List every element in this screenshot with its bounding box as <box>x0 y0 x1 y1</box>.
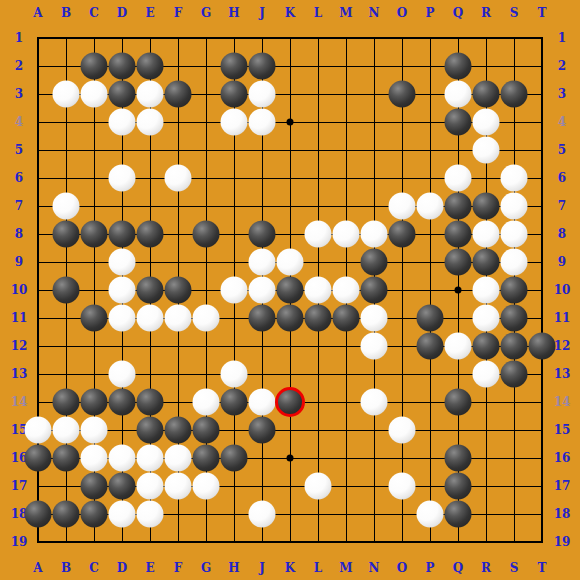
coord-label: 5 <box>15 144 23 156</box>
coord-label: 19 <box>11 536 28 548</box>
stone-white <box>249 249 276 276</box>
coord-label: 1 <box>15 32 23 44</box>
stone-white <box>501 221 528 248</box>
stone-black <box>221 53 248 80</box>
stone-white <box>473 361 500 388</box>
stone-black <box>277 305 304 332</box>
coord-label: 19 <box>554 536 571 548</box>
coord-label: 6 <box>15 172 23 184</box>
coord-label: 11 <box>554 312 571 324</box>
coord-label: T <box>538 7 547 19</box>
stone-black <box>417 333 444 360</box>
coord-label: 8 <box>15 228 23 240</box>
coord-label: Q <box>453 562 463 574</box>
stone-white <box>53 417 80 444</box>
stone-black <box>333 305 360 332</box>
coord-label: 1 <box>558 32 566 44</box>
coord-label: 5 <box>558 144 566 156</box>
stone-black <box>277 277 304 304</box>
stone-white <box>361 305 388 332</box>
stone-black <box>53 389 80 416</box>
stone-white <box>473 305 500 332</box>
stone-black <box>501 361 528 388</box>
stone-white <box>193 473 220 500</box>
stone-white <box>361 333 388 360</box>
stone-white <box>137 305 164 332</box>
coord-label: 17 <box>11 480 28 492</box>
coord-label: N <box>369 7 380 19</box>
coord-label: H <box>228 562 239 574</box>
coord-label: K <box>285 7 295 19</box>
coord-label: E <box>145 562 154 574</box>
stone-white <box>473 109 500 136</box>
coord-label: D <box>117 7 127 19</box>
coord-label: P <box>425 7 434 19</box>
stone-white <box>109 165 136 192</box>
stone-black <box>221 389 248 416</box>
stone-black <box>529 333 556 360</box>
stone-black <box>109 221 136 248</box>
stone-black <box>81 501 108 528</box>
stone-white <box>193 389 220 416</box>
stone-black <box>25 445 52 472</box>
stone-black <box>193 221 220 248</box>
stone-black <box>473 193 500 220</box>
stone-black <box>445 501 472 528</box>
stone-black <box>445 389 472 416</box>
stone-black <box>53 221 80 248</box>
stone-white <box>473 277 500 304</box>
stone-white <box>109 109 136 136</box>
coord-label: 4 <box>15 116 23 128</box>
stone-black <box>193 417 220 444</box>
stone-black <box>109 389 136 416</box>
stone-black <box>305 305 332 332</box>
stone-black <box>25 501 52 528</box>
stone-white <box>249 389 276 416</box>
coord-label: B <box>61 562 71 574</box>
stone-white <box>109 445 136 472</box>
stone-white <box>445 81 472 108</box>
stone-black <box>249 305 276 332</box>
coord-label: B <box>61 7 71 19</box>
coord-label: 3 <box>558 88 566 100</box>
coord-label: J <box>259 562 265 574</box>
coord-label: O <box>397 7 407 19</box>
go-board-app: AABBCCDDEEFFGGHHJJKKLLMMNNOOPPQQRRSSTT11… <box>0 0 580 580</box>
stone-white <box>221 277 248 304</box>
coord-label: 13 <box>11 368 28 380</box>
stone-black <box>137 389 164 416</box>
coord-label: 13 <box>554 368 571 380</box>
stone-white <box>137 501 164 528</box>
stone-white <box>193 305 220 332</box>
stone-white <box>473 137 500 164</box>
stone-black <box>53 501 80 528</box>
coord-label: T <box>538 562 547 574</box>
coord-label: O <box>397 562 407 574</box>
coord-label: 8 <box>558 228 566 240</box>
stone-black <box>137 277 164 304</box>
stone-black <box>249 221 276 248</box>
stone-black <box>361 249 388 276</box>
star-point <box>287 455 294 462</box>
stone-white <box>137 109 164 136</box>
stone-white <box>249 277 276 304</box>
coord-label: 9 <box>558 256 566 268</box>
coord-label: 7 <box>558 200 566 212</box>
stone-black <box>109 473 136 500</box>
stone-black <box>501 81 528 108</box>
stone-white <box>53 193 80 220</box>
stone-black <box>445 53 472 80</box>
stone-black <box>137 417 164 444</box>
stone-black <box>53 277 80 304</box>
coord-label: F <box>174 7 183 19</box>
stone-white <box>109 305 136 332</box>
stone-black <box>445 109 472 136</box>
stone-black <box>501 305 528 332</box>
star-point <box>287 119 294 126</box>
stone-white <box>165 165 192 192</box>
coord-label: 10 <box>554 284 571 296</box>
coord-label: 16 <box>554 452 571 464</box>
stone-black <box>165 81 192 108</box>
stone-white <box>109 277 136 304</box>
stone-white <box>137 81 164 108</box>
stone-white <box>249 109 276 136</box>
stone-black <box>473 249 500 276</box>
coord-label: L <box>314 7 322 19</box>
coord-label: 11 <box>11 312 28 324</box>
coord-label: K <box>285 562 295 574</box>
stone-black <box>165 417 192 444</box>
stone-black <box>81 305 108 332</box>
stone-black <box>193 445 220 472</box>
stone-white <box>305 221 332 248</box>
stone-black <box>501 333 528 360</box>
stone-black <box>81 221 108 248</box>
coord-label: P <box>425 562 434 574</box>
stone-white <box>137 445 164 472</box>
coord-label: G <box>201 7 211 19</box>
coord-label: N <box>369 562 380 574</box>
stone-black <box>473 333 500 360</box>
stone-black <box>445 473 472 500</box>
stone-white <box>417 501 444 528</box>
coord-label: 7 <box>15 200 23 212</box>
stone-white <box>445 333 472 360</box>
stone-white <box>445 165 472 192</box>
stone-white <box>473 221 500 248</box>
stone-white <box>25 417 52 444</box>
stone-white <box>53 81 80 108</box>
coord-label: R <box>481 7 491 19</box>
stone-black <box>81 473 108 500</box>
coord-label: M <box>339 562 352 574</box>
stone-white <box>417 193 444 220</box>
last-move-marker <box>275 387 305 417</box>
stone-white <box>165 305 192 332</box>
coord-label: 15 <box>554 424 571 436</box>
coord-label: 14 <box>11 396 28 408</box>
coord-label: 6 <box>558 172 566 184</box>
stone-white <box>81 417 108 444</box>
stone-white <box>305 473 332 500</box>
coord-label: 2 <box>558 60 566 72</box>
stone-black <box>361 277 388 304</box>
coord-label: J <box>259 7 265 19</box>
coord-label: F <box>174 562 183 574</box>
coord-label: M <box>339 7 352 19</box>
stone-black <box>109 81 136 108</box>
stone-black <box>473 81 500 108</box>
stone-white <box>137 473 164 500</box>
stone-white <box>501 193 528 220</box>
coord-label: R <box>481 562 491 574</box>
stone-white <box>389 193 416 220</box>
coord-label: E <box>145 7 154 19</box>
coord-label: 9 <box>15 256 23 268</box>
stone-white <box>277 249 304 276</box>
coord-label: S <box>510 562 519 574</box>
stone-black <box>445 221 472 248</box>
stone-black <box>109 53 136 80</box>
stone-black <box>81 389 108 416</box>
coord-label: A <box>33 7 42 19</box>
stone-white <box>109 501 136 528</box>
stone-black <box>137 53 164 80</box>
stone-black <box>165 277 192 304</box>
stone-white <box>333 221 360 248</box>
stone-white <box>165 473 192 500</box>
stone-white <box>389 417 416 444</box>
stone-white <box>165 445 192 472</box>
stone-white <box>501 249 528 276</box>
coord-label: Q <box>453 7 463 19</box>
stone-white <box>81 445 108 472</box>
stone-black <box>53 445 80 472</box>
coord-label: C <box>89 7 99 19</box>
stone-white <box>109 249 136 276</box>
stone-black <box>501 277 528 304</box>
coord-label: 4 <box>558 116 566 128</box>
stone-white <box>109 361 136 388</box>
stone-white <box>305 277 332 304</box>
stone-white <box>361 221 388 248</box>
stone-white <box>249 501 276 528</box>
stone-white <box>221 361 248 388</box>
stone-black <box>249 53 276 80</box>
stone-white <box>81 81 108 108</box>
coord-label: 10 <box>11 284 28 296</box>
coord-label: D <box>117 562 127 574</box>
stone-black <box>445 445 472 472</box>
star-point <box>455 287 462 294</box>
coord-label: 12 <box>554 340 571 352</box>
stone-black <box>221 81 248 108</box>
stone-white <box>333 277 360 304</box>
coord-label: 2 <box>15 60 23 72</box>
stone-black <box>389 81 416 108</box>
stone-black <box>445 193 472 220</box>
coord-label: L <box>314 562 322 574</box>
coord-label: G <box>201 562 211 574</box>
stone-black <box>137 221 164 248</box>
coord-label: 12 <box>11 340 28 352</box>
stone-white <box>501 165 528 192</box>
stone-black <box>249 417 276 444</box>
stone-white <box>221 109 248 136</box>
coord-label: 3 <box>15 88 23 100</box>
stone-black <box>417 305 444 332</box>
coord-label: 17 <box>554 480 571 492</box>
coord-label: A <box>33 562 42 574</box>
stone-black <box>389 221 416 248</box>
stone-black <box>445 249 472 276</box>
stone-white <box>389 473 416 500</box>
coord-label: C <box>89 562 99 574</box>
stone-black <box>221 445 248 472</box>
coord-label: 14 <box>554 396 571 408</box>
stone-white <box>249 81 276 108</box>
stone-black <box>81 53 108 80</box>
coord-label: 18 <box>554 508 571 520</box>
coord-label: H <box>228 7 239 19</box>
stone-white <box>361 389 388 416</box>
coord-label: S <box>510 7 519 19</box>
